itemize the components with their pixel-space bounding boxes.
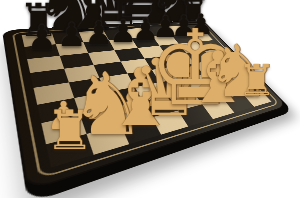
piece-white-rook[interactable]: ♜: [238, 60, 276, 102]
piece-black-pawn[interactable]: ♟: [57, 19, 86, 52]
chess-set-photo-stage: ♜♞♝♛♚♝♞♜♟♟♟♟♟♟♟♟♟♟♟♟♟♟♟♟♜♞♝♛♚♝♞♜: [0, 0, 300, 198]
piece-black-pawn[interactable]: ♟: [27, 21, 57, 55]
